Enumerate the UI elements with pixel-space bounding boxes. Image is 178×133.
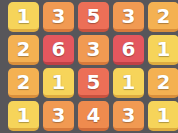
tile-r2c2-value-6[interactable]: 6 [43, 35, 74, 65]
tile-r2c1-value-2[interactable]: 2 [8, 35, 39, 65]
tile-r1c3-value-5[interactable]: 5 [78, 2, 109, 32]
game-background: { "game": "number-merge-puzzle", "positi… [0, 0, 178, 133]
tile-r1c5-value-2[interactable]: 2 [148, 2, 178, 32]
board: 13532263612151213431 [8, 2, 178, 131]
tile-r1c4-value-3[interactable]: 3 [113, 2, 144, 32]
tile-r3c3-value-5[interactable]: 5 [78, 68, 109, 98]
tile-r2c5-value-1[interactable]: 1 [148, 35, 178, 65]
tile-r2c4-value-6[interactable]: 6 [113, 35, 144, 65]
tile-r3c4-value-1[interactable]: 1 [113, 68, 144, 98]
tile-r4c1-value-1[interactable]: 1 [8, 101, 39, 131]
tile-r3c5-value-2[interactable]: 2 [148, 68, 178, 98]
tile-r2c3-value-3[interactable]: 3 [78, 35, 109, 65]
tile-r3c1-value-2[interactable]: 2 [8, 68, 39, 98]
tile-r4c3-value-4[interactable]: 4 [78, 101, 109, 131]
tile-r1c2-value-3[interactable]: 3 [43, 2, 74, 32]
tile-r1c1-value-1[interactable]: 1 [8, 2, 39, 32]
tile-r3c2-value-1[interactable]: 1 [43, 68, 74, 98]
tile-r4c5-value-1[interactable]: 1 [148, 101, 178, 131]
tile-r4c4-value-3[interactable]: 3 [113, 101, 144, 131]
tile-r4c2-value-3[interactable]: 3 [43, 101, 74, 131]
